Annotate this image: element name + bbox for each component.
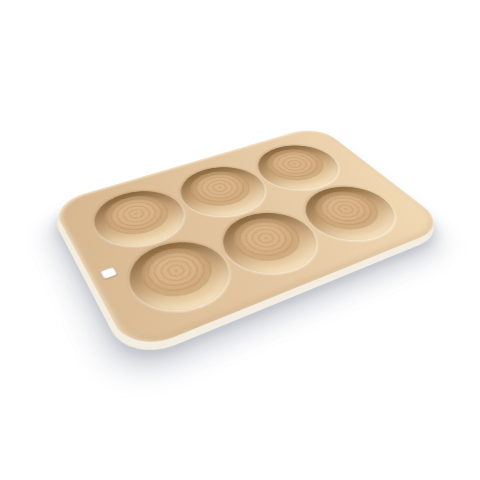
cup-bottom: [222, 212, 312, 269]
muffin-pan: [50, 125, 448, 354]
cup-bottom: [181, 166, 261, 213]
cup-bottom: [257, 144, 335, 186]
cup-bottom: [97, 190, 179, 242]
cup-bottom: [304, 186, 391, 237]
cup-bottom: [131, 241, 224, 306]
product-photo: [0, 0, 480, 480]
scene: [0, 0, 480, 480]
